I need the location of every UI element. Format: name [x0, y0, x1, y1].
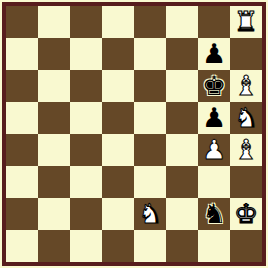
square-d3[interactable]	[102, 166, 134, 198]
square-c1[interactable]	[70, 230, 102, 262]
square-a6[interactable]	[6, 70, 38, 102]
square-d6[interactable]	[102, 70, 134, 102]
square-h5[interactable]: ♞	[230, 102, 262, 134]
square-e6[interactable]	[134, 70, 166, 102]
white-bishop: ♝	[234, 134, 258, 166]
square-f2[interactable]	[166, 198, 198, 230]
square-c3[interactable]	[70, 166, 102, 198]
square-c6[interactable]	[70, 70, 102, 102]
black-knight: ♞	[202, 198, 226, 230]
square-g3[interactable]	[198, 166, 230, 198]
white-bishop: ♝	[234, 70, 258, 102]
black-king: ♚	[202, 70, 226, 102]
white-king: ♚	[234, 198, 258, 230]
square-c5[interactable]	[70, 102, 102, 134]
square-e1[interactable]	[134, 230, 166, 262]
square-f4[interactable]	[166, 134, 198, 166]
square-c2[interactable]	[70, 198, 102, 230]
square-b8[interactable]	[38, 6, 70, 38]
square-a7[interactable]	[6, 38, 38, 70]
square-b6[interactable]	[38, 70, 70, 102]
square-a4[interactable]	[6, 134, 38, 166]
square-a8[interactable]	[6, 6, 38, 38]
square-h6[interactable]: ♝	[230, 70, 262, 102]
square-f5[interactable]	[166, 102, 198, 134]
board-frame: ♜♟♚♝♟♞♟♝♞♞♚	[0, 0, 268, 268]
black-pawn: ♟	[202, 102, 226, 134]
square-c8[interactable]	[70, 6, 102, 38]
square-e8[interactable]	[134, 6, 166, 38]
square-a1[interactable]	[6, 230, 38, 262]
square-g2[interactable]: ♞	[198, 198, 230, 230]
square-g8[interactable]	[198, 6, 230, 38]
square-e7[interactable]	[134, 38, 166, 70]
square-g6[interactable]: ♚	[198, 70, 230, 102]
square-f7[interactable]	[166, 38, 198, 70]
square-f6[interactable]	[166, 70, 198, 102]
square-b1[interactable]	[38, 230, 70, 262]
square-e2[interactable]: ♞	[134, 198, 166, 230]
square-a2[interactable]	[6, 198, 38, 230]
square-h4[interactable]: ♝	[230, 134, 262, 166]
square-d4[interactable]	[102, 134, 134, 166]
square-f8[interactable]	[166, 6, 198, 38]
square-a3[interactable]	[6, 166, 38, 198]
square-e3[interactable]	[134, 166, 166, 198]
white-knight: ♞	[138, 198, 162, 230]
white-pawn: ♟	[202, 134, 226, 166]
board-border: ♜♟♚♝♟♞♟♝♞♞♚	[2, 2, 266, 266]
square-b2[interactable]	[38, 198, 70, 230]
square-g7[interactable]: ♟	[198, 38, 230, 70]
square-h2[interactable]: ♚	[230, 198, 262, 230]
square-b4[interactable]	[38, 134, 70, 166]
square-d5[interactable]	[102, 102, 134, 134]
square-c4[interactable]	[70, 134, 102, 166]
square-d2[interactable]	[102, 198, 134, 230]
square-b3[interactable]	[38, 166, 70, 198]
square-a5[interactable]	[6, 102, 38, 134]
square-g4[interactable]: ♟	[198, 134, 230, 166]
square-h7[interactable]	[230, 38, 262, 70]
square-g5[interactable]: ♟	[198, 102, 230, 134]
square-b5[interactable]	[38, 102, 70, 134]
square-c7[interactable]	[70, 38, 102, 70]
square-f1[interactable]	[166, 230, 198, 262]
square-d7[interactable]	[102, 38, 134, 70]
square-b7[interactable]	[38, 38, 70, 70]
square-e4[interactable]	[134, 134, 166, 166]
square-h1[interactable]	[230, 230, 262, 262]
square-d1[interactable]	[102, 230, 134, 262]
black-pawn: ♟	[202, 38, 226, 70]
square-e5[interactable]	[134, 102, 166, 134]
square-h3[interactable]	[230, 166, 262, 198]
square-d8[interactable]	[102, 6, 134, 38]
white-rook: ♜	[234, 6, 258, 38]
square-f3[interactable]	[166, 166, 198, 198]
square-g1[interactable]	[198, 230, 230, 262]
white-knight: ♞	[234, 102, 258, 134]
chess-board: ♜♟♚♝♟♞♟♝♞♞♚	[6, 6, 262, 262]
square-h8[interactable]: ♜	[230, 6, 262, 38]
